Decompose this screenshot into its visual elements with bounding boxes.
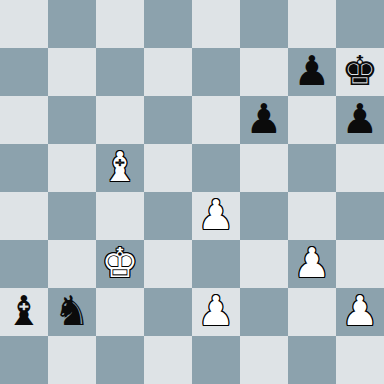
square-b7[interactable] <box>48 48 96 96</box>
square-c1[interactable] <box>96 336 144 384</box>
square-g3[interactable]: ♟ <box>288 240 336 288</box>
square-d5[interactable] <box>144 144 192 192</box>
piece-white-bishop-c5[interactable]: ♝ <box>102 144 139 191</box>
square-b1[interactable] <box>48 336 96 384</box>
square-d3[interactable] <box>144 240 192 288</box>
square-a5[interactable] <box>0 144 48 192</box>
square-d6[interactable] <box>144 96 192 144</box>
square-e8[interactable] <box>192 0 240 48</box>
square-a7[interactable] <box>0 48 48 96</box>
square-a3[interactable] <box>0 240 48 288</box>
square-f7[interactable] <box>240 48 288 96</box>
square-e3[interactable] <box>192 240 240 288</box>
square-b3[interactable] <box>48 240 96 288</box>
square-h8[interactable] <box>336 0 384 48</box>
piece-white-pawn-g3[interactable]: ♟ <box>294 240 331 287</box>
square-h2[interactable]: ♟ <box>336 288 384 336</box>
square-b6[interactable] <box>48 96 96 144</box>
square-a6[interactable] <box>0 96 48 144</box>
square-f5[interactable] <box>240 144 288 192</box>
square-f3[interactable] <box>240 240 288 288</box>
square-a4[interactable] <box>0 192 48 240</box>
square-d1[interactable] <box>144 336 192 384</box>
square-g2[interactable] <box>288 288 336 336</box>
piece-black-pawn-f6[interactable]: ♟ <box>246 96 283 143</box>
square-f1[interactable] <box>240 336 288 384</box>
square-d8[interactable] <box>144 0 192 48</box>
square-h5[interactable] <box>336 144 384 192</box>
square-e2[interactable]: ♟ <box>192 288 240 336</box>
piece-black-pawn-h6[interactable]: ♟ <box>342 96 379 143</box>
square-h6[interactable]: ♟ <box>336 96 384 144</box>
piece-black-pawn-g7[interactable]: ♟ <box>294 48 331 95</box>
square-g8[interactable] <box>288 0 336 48</box>
square-e7[interactable] <box>192 48 240 96</box>
square-g7[interactable]: ♟ <box>288 48 336 96</box>
square-b8[interactable] <box>48 0 96 48</box>
square-c7[interactable] <box>96 48 144 96</box>
square-e1[interactable] <box>192 336 240 384</box>
piece-white-pawn-e4[interactable]: ♟ <box>198 192 235 239</box>
square-g4[interactable] <box>288 192 336 240</box>
square-g5[interactable] <box>288 144 336 192</box>
piece-white-king-c3[interactable]: ♚ <box>102 240 139 287</box>
square-f6[interactable]: ♟ <box>240 96 288 144</box>
square-e4[interactable]: ♟ <box>192 192 240 240</box>
piece-white-pawn-h2[interactable]: ♟ <box>342 288 379 335</box>
square-a2[interactable]: ♝ <box>0 288 48 336</box>
square-d2[interactable] <box>144 288 192 336</box>
piece-black-knight-b2[interactable]: ♞ <box>54 288 91 335</box>
square-a8[interactable] <box>0 0 48 48</box>
square-c3[interactable]: ♚ <box>96 240 144 288</box>
square-d7[interactable] <box>144 48 192 96</box>
square-c2[interactable] <box>96 288 144 336</box>
chess-board: ♟♚♟♟♝♟♚♟♝♞♟♟ <box>0 0 384 384</box>
square-f2[interactable] <box>240 288 288 336</box>
square-c4[interactable] <box>96 192 144 240</box>
square-c5[interactable]: ♝ <box>96 144 144 192</box>
square-c8[interactable] <box>96 0 144 48</box>
square-h7[interactable]: ♚ <box>336 48 384 96</box>
square-a1[interactable] <box>0 336 48 384</box>
square-g6[interactable] <box>288 96 336 144</box>
piece-white-pawn-e2[interactable]: ♟ <box>198 288 235 335</box>
square-b2[interactable]: ♞ <box>48 288 96 336</box>
square-f4[interactable] <box>240 192 288 240</box>
square-h1[interactable] <box>336 336 384 384</box>
piece-black-king-h7[interactable]: ♚ <box>342 48 379 95</box>
square-f8[interactable] <box>240 0 288 48</box>
square-e6[interactable] <box>192 96 240 144</box>
square-c6[interactable] <box>96 96 144 144</box>
square-g1[interactable] <box>288 336 336 384</box>
piece-black-bishop-a2[interactable]: ♝ <box>6 288 43 335</box>
square-h3[interactable] <box>336 240 384 288</box>
square-b5[interactable] <box>48 144 96 192</box>
square-d4[interactable] <box>144 192 192 240</box>
square-b4[interactable] <box>48 192 96 240</box>
square-h4[interactable] <box>336 192 384 240</box>
square-e5[interactable] <box>192 144 240 192</box>
